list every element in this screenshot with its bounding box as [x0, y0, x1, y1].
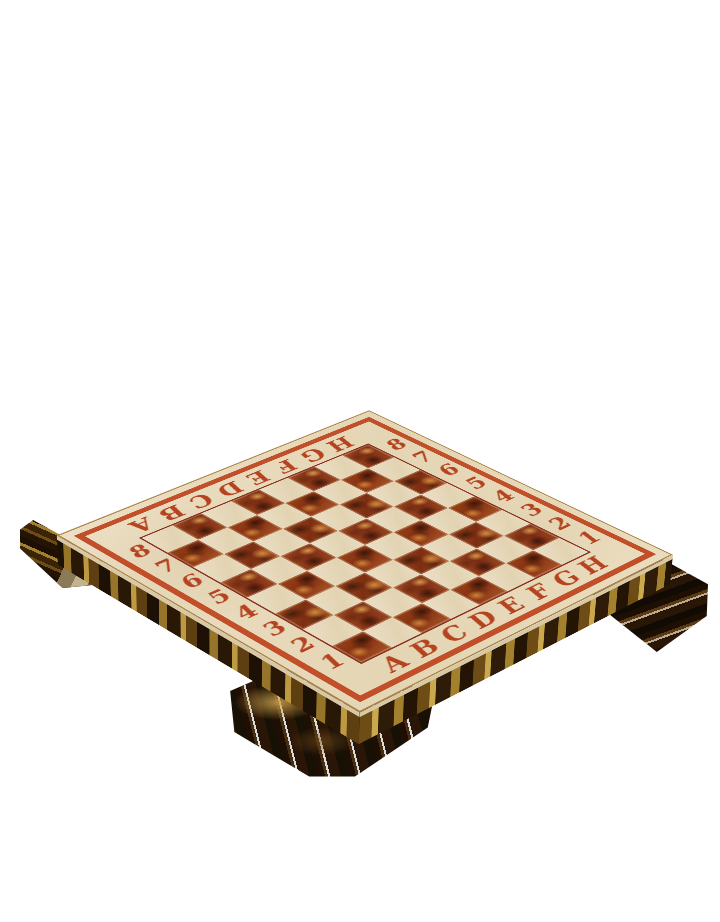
square-b5[interactable] [250, 556, 307, 584]
square-a6[interactable] [193, 554, 250, 582]
square-e1[interactable] [450, 576, 508, 605]
square-a7[interactable] [167, 540, 223, 568]
square-c2[interactable] [363, 588, 421, 617]
file-label: H [563, 553, 618, 580]
square-c5[interactable] [280, 543, 336, 571]
square-a4[interactable] [247, 584, 305, 613]
file-label: G [536, 566, 592, 594]
square-d1[interactable] [421, 590, 479, 619]
square-b3[interactable] [305, 586, 363, 615]
square-e3[interactable] [393, 547, 449, 575]
square-d2[interactable] [392, 574, 450, 603]
rank-label: 6 [162, 568, 218, 596]
file-label: B [393, 634, 452, 665]
file-label: A [363, 648, 422, 679]
square-f2[interactable] [449, 549, 505, 577]
file-label: F [509, 579, 565, 607]
square-b1[interactable] [362, 617, 421, 648]
square-f1[interactable] [478, 563, 535, 591]
rank-label: 2 [272, 630, 331, 661]
square-a5[interactable] [220, 569, 278, 598]
product-photo: ABCDEFGH 87654321 87654321 ABCDEFGH [0, 0, 720, 922]
square-a3[interactable] [275, 600, 334, 630]
file-label: D [452, 606, 510, 635]
square-e2[interactable] [421, 561, 478, 589]
square-c4[interactable] [307, 558, 364, 586]
square-c1[interactable] [392, 603, 451, 633]
chessboard-3d: ABCDEFGH 87654321 87654321 ABCDEFGH [57, 410, 673, 712]
square-a2[interactable] [303, 615, 362, 646]
square-d3[interactable] [364, 560, 421, 588]
square-b6[interactable] [224, 541, 280, 569]
rank-label: 3 [243, 614, 301, 644]
file-label: C [423, 620, 481, 650]
square-b4[interactable] [277, 571, 335, 600]
rank-label: 7 [136, 553, 192, 581]
board-surface: ABCDEFGH 87654321 87654321 ABCDEFGH [57, 410, 673, 712]
rank-label: 4 [216, 598, 274, 627]
square-a1[interactable] [332, 631, 392, 662]
file-label: E [481, 592, 538, 621]
rank-label: 5 [189, 583, 246, 612]
square-c3[interactable] [335, 573, 393, 602]
square-d4[interactable] [336, 545, 392, 573]
square-g1[interactable] [506, 550, 562, 578]
square-b2[interactable] [333, 601, 392, 631]
rank-label: 8 [110, 539, 165, 566]
rank-label: 1 [300, 646, 359, 677]
